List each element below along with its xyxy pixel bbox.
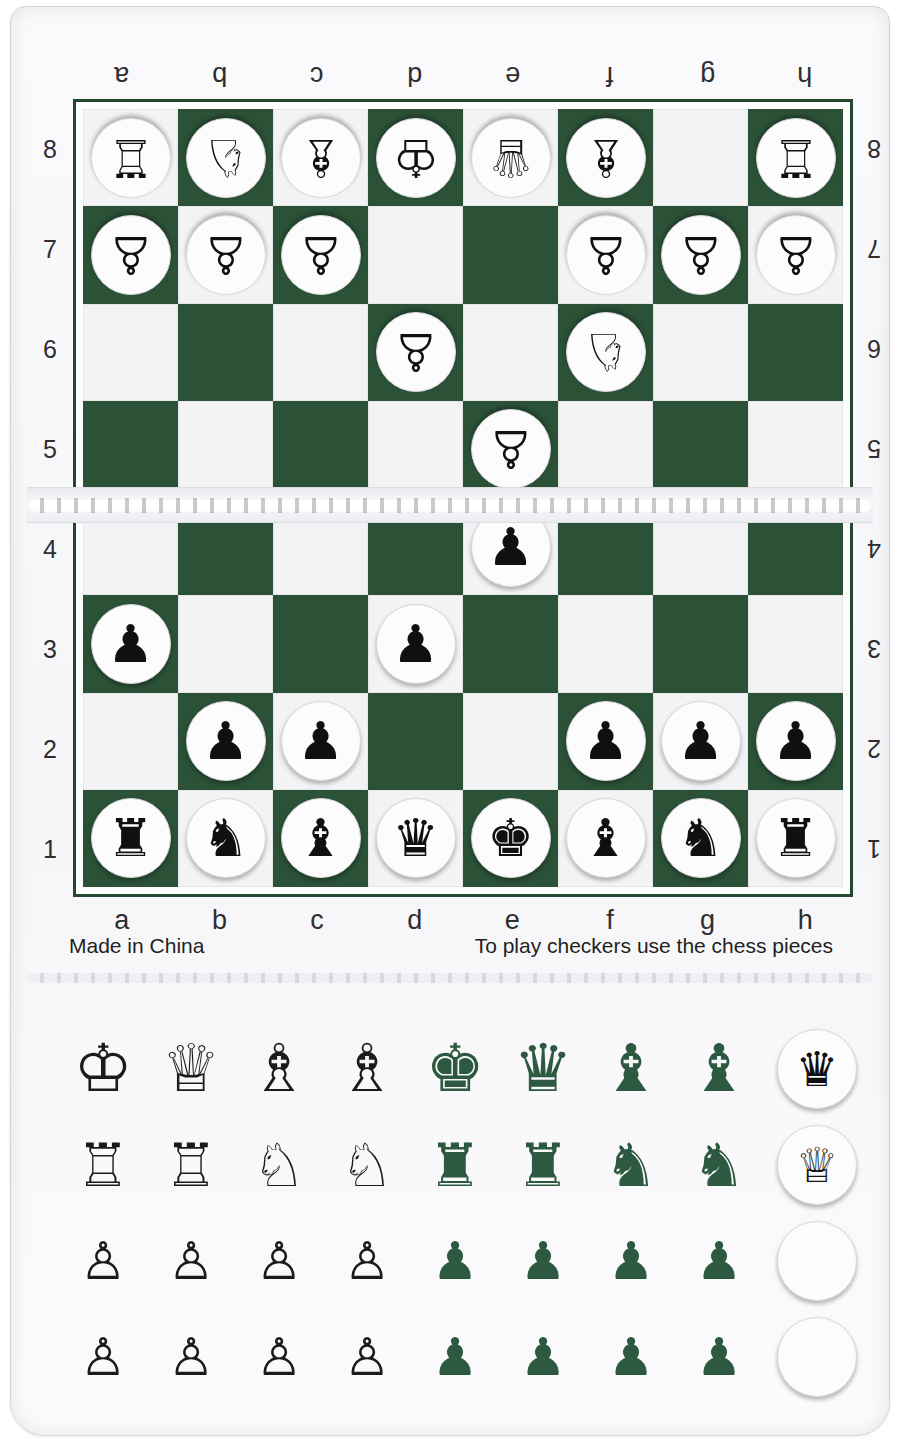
square-g2[interactable]: ♟ (653, 693, 748, 790)
rank-label-left-5: 5 (33, 399, 67, 499)
printed-white-bishop-icon: ♗ (337, 1036, 396, 1102)
file-label-top-a: a (73, 57, 171, 95)
piece-white-pawn-h7[interactable]: ♙ (756, 215, 836, 295)
square-c6[interactable] (273, 304, 368, 401)
file-label-top-e: e (464, 57, 562, 95)
printed-green-bishop-icon: ♝ (689, 1036, 748, 1102)
square-e2[interactable] (463, 693, 558, 790)
square-g8[interactable] (653, 109, 748, 206)
piece-black-pawn-f2[interactable]: ♟ (566, 701, 646, 781)
printed-white-rook-icon: ♖ (76, 1135, 130, 1195)
square-a6[interactable] (83, 304, 178, 401)
printed-green-knight-icon: ♞ (604, 1135, 658, 1195)
piece-white-pawn-c7[interactable]: ♙ (281, 215, 361, 295)
square-b7[interactable]: ♙ (178, 206, 273, 303)
magnetic-disc-blank[interactable] (777, 1317, 857, 1397)
square-d6[interactable]: ♙ (368, 304, 463, 401)
piece-reference-tray: ♔♕♗♗♚♛♝♝♛♖♖♘♘♜♜♞♞♕♙♙♙♙♟♟♟♟♙♙♙♙♟♟♟♟ (59, 1021, 871, 1405)
tray-row-2: ♖♖♘♘♜♜♞♞♕ (59, 1117, 871, 1213)
piece-black-queen-d1[interactable]: ♛ (376, 798, 456, 878)
printed-green-pawn-icon: ♟ (608, 1331, 655, 1383)
rank-label-right-2: 2 (857, 699, 891, 799)
square-f6[interactable]: ♘ (558, 304, 653, 401)
rank-label-left-7: 7 (33, 199, 67, 299)
square-a7[interactable]: ♙ (83, 206, 178, 303)
square-f3[interactable] (558, 595, 653, 692)
file-label-top-g: g (659, 57, 757, 95)
rank-label-right-8: 8 (857, 99, 891, 199)
square-h1[interactable]: ♜ (748, 790, 843, 887)
piece-black-knight-b1[interactable]: ♞ (186, 798, 266, 878)
square-e6[interactable] (463, 304, 558, 401)
piece-black-rook-h1[interactable]: ♜ (756, 798, 836, 878)
magnetic-disc-blank[interactable] (777, 1221, 857, 1301)
file-label-top-h: h (756, 57, 854, 95)
stitch-line-icon (27, 498, 873, 513)
square-d8[interactable]: ♔ (368, 109, 463, 206)
piece-white-queen-e8[interactable]: ♕ (471, 118, 551, 198)
piece-black-pawn-c2[interactable]: ♟ (281, 701, 361, 781)
square-b3[interactable] (178, 595, 273, 692)
piece-white-pawn-b7[interactable]: ♙ (186, 215, 266, 295)
square-d7[interactable] (368, 206, 463, 303)
square-h2[interactable]: ♟ (748, 693, 843, 790)
printed-white-knight-icon: ♘ (252, 1135, 306, 1195)
square-f7[interactable]: ♙ (558, 206, 653, 303)
printed-white-pawn-icon: ♙ (80, 1331, 127, 1383)
piece-black-pawn-h2[interactable]: ♟ (756, 701, 836, 781)
rank-label-left-2: 2 (33, 699, 67, 799)
piece-white-pawn-a7[interactable]: ♙ (91, 215, 171, 295)
printed-green-pawn-icon: ♟ (432, 1235, 479, 1287)
printed-white-pawn-icon: ♙ (256, 1331, 303, 1383)
made-in-china-label: Made in China (69, 934, 204, 958)
printed-green-rook-icon: ♜ (516, 1135, 570, 1195)
printed-green-pawn-icon: ♟ (608, 1235, 655, 1287)
piece-white-rook-a8[interactable]: ♖ (91, 118, 171, 198)
square-c8[interactable]: ♗ (273, 109, 368, 206)
square-c3[interactable] (273, 595, 368, 692)
pocket-seam (27, 971, 873, 985)
piece-black-pawn-g2[interactable]: ♟ (661, 701, 741, 781)
piece-black-pawn-b2[interactable]: ♟ (186, 701, 266, 781)
printed-green-king-icon: ♚ (425, 1036, 484, 1102)
square-a2[interactable] (83, 693, 178, 790)
square-f8[interactable]: ♗ (558, 109, 653, 206)
square-g3[interactable] (653, 595, 748, 692)
printed-green-pawn-icon: ♟ (696, 1235, 743, 1287)
square-g7[interactable]: ♙ (653, 206, 748, 303)
piece-white-rook-h8[interactable]: ♖ (756, 118, 836, 198)
square-e8[interactable]: ♕ (463, 109, 558, 206)
rank-label-right-3: 3 (857, 599, 891, 699)
file-label-top-d: d (366, 57, 464, 95)
magnetic-disc-white-queen[interactable]: ♕ (777, 1125, 857, 1205)
square-a3[interactable]: ♟ (83, 595, 178, 692)
square-c2[interactable]: ♟ (273, 693, 368, 790)
piece-white-pawn-g7[interactable]: ♙ (661, 215, 741, 295)
tray-row-4: ♙♙♙♙♟♟♟♟ (59, 1309, 871, 1405)
rank-label-left-6: 6 (33, 299, 67, 399)
printed-white-rook-icon: ♖ (164, 1135, 218, 1195)
square-h7[interactable]: ♙ (748, 206, 843, 303)
file-label-top-f: f (561, 57, 659, 95)
printed-green-rook-icon: ♜ (428, 1135, 482, 1195)
printed-white-king-icon: ♔ (73, 1036, 132, 1102)
square-f5[interactable] (558, 401, 653, 498)
piece-black-pawn-a3[interactable]: ♟ (91, 604, 171, 684)
printed-green-queen-icon: ♛ (513, 1036, 572, 1102)
printed-white-pawn-icon: ♙ (344, 1235, 391, 1287)
square-a8[interactable]: ♖ (83, 109, 178, 206)
printed-white-bishop-icon: ♗ (249, 1036, 308, 1102)
square-d1[interactable]: ♛ (368, 790, 463, 887)
square-d5[interactable] (368, 401, 463, 498)
file-label-top-c: c (268, 57, 366, 95)
square-e5[interactable]: ♙ (463, 401, 558, 498)
piece-white-pawn-d6[interactable]: ♙ (376, 312, 456, 392)
rank-label-right-7: 7 (857, 199, 891, 299)
printed-white-pawn-icon: ♙ (344, 1331, 391, 1383)
checkers-note-label: To play checkers use the chess pieces (475, 934, 833, 958)
square-b8[interactable]: ♘ (178, 109, 273, 206)
square-d2[interactable] (368, 693, 463, 790)
stitch-line-icon (27, 973, 873, 983)
square-e1[interactable]: ♚ (463, 790, 558, 887)
square-f2[interactable]: ♟ (558, 693, 653, 790)
square-d3[interactable]: ♟ (368, 595, 463, 692)
piece-black-bishop-c1[interactable]: ♝ (281, 798, 361, 878)
piece-black-knight-g1[interactable]: ♞ (661, 798, 741, 878)
magnetic-chess-wallet: abcdefgh 87654321 87654321 ♖♘♗♔♕♗♖♙♙♙♙♙♙… (10, 6, 890, 1436)
tray-row-3: ♙♙♙♙♟♟♟♟ (59, 1213, 871, 1309)
piece-white-pawn-f7[interactable]: ♙ (566, 215, 646, 295)
printed-green-pawn-icon: ♟ (520, 1235, 567, 1287)
piece-black-rook-a1[interactable]: ♜ (91, 798, 171, 878)
square-g5[interactable] (653, 401, 748, 498)
printed-green-knight-icon: ♞ (692, 1135, 746, 1195)
square-a5[interactable] (83, 401, 178, 498)
printed-white-pawn-icon: ♙ (168, 1235, 215, 1287)
piece-white-bishop-c8[interactable]: ♗ (281, 118, 361, 198)
rank-label-left-3: 3 (33, 599, 67, 699)
square-a1[interactable]: ♜ (83, 790, 178, 887)
square-b1[interactable]: ♞ (178, 790, 273, 887)
piece-white-pawn-e5[interactable]: ♙ (471, 409, 551, 489)
magnetic-disc-black-queen[interactable]: ♛ (777, 1029, 857, 1109)
piece-black-pawn-d3[interactable]: ♟ (376, 604, 456, 684)
piece-black-bishop-f1[interactable]: ♝ (566, 798, 646, 878)
printed-green-pawn-icon: ♟ (696, 1331, 743, 1383)
square-e3[interactable] (463, 595, 558, 692)
rank-label-right-6: 6 (857, 299, 891, 399)
rank-label-right-1: 1 (857, 799, 891, 899)
square-c5[interactable] (273, 401, 368, 498)
piece-black-king-e1[interactable]: ♚ (471, 798, 551, 878)
square-e7[interactable] (463, 206, 558, 303)
square-b6[interactable] (178, 304, 273, 401)
printed-white-pawn-icon: ♙ (256, 1235, 303, 1287)
square-h5[interactable] (748, 401, 843, 498)
file-labels-top: abcdefgh (73, 57, 854, 95)
square-h8[interactable]: ♖ (748, 109, 843, 206)
tray-row-1: ♔♕♗♗♚♛♝♝♛ (59, 1021, 871, 1117)
square-c7[interactable]: ♙ (273, 206, 368, 303)
square-b5[interactable] (178, 401, 273, 498)
printed-white-knight-icon: ♘ (340, 1135, 394, 1195)
piece-white-king-d8[interactable]: ♔ (376, 118, 456, 198)
square-g6[interactable] (653, 304, 748, 401)
rank-label-right-5: 5 (857, 399, 891, 499)
piece-white-bishop-f8[interactable]: ♗ (566, 118, 646, 198)
printed-green-bishop-icon: ♝ (601, 1036, 660, 1102)
square-c1[interactable]: ♝ (273, 790, 368, 887)
rank-label-left-8: 8 (33, 99, 67, 199)
piece-white-knight-b8[interactable]: ♘ (186, 118, 266, 198)
square-f1[interactable]: ♝ (558, 790, 653, 887)
square-b2[interactable]: ♟ (178, 693, 273, 790)
printed-white-queen-icon: ♕ (161, 1036, 220, 1102)
printed-white-pawn-icon: ♙ (80, 1235, 127, 1287)
fold-seam (27, 487, 873, 523)
piece-white-knight-f6[interactable]: ♘ (566, 312, 646, 392)
square-g1[interactable]: ♞ (653, 790, 748, 887)
file-label-top-b: b (171, 57, 269, 95)
square-h3[interactable] (748, 595, 843, 692)
printed-green-pawn-icon: ♟ (432, 1331, 479, 1383)
square-h6[interactable] (748, 304, 843, 401)
printed-white-pawn-icon: ♙ (168, 1331, 215, 1383)
printed-green-pawn-icon: ♟ (520, 1331, 567, 1383)
rank-label-left-1: 1 (33, 799, 67, 899)
